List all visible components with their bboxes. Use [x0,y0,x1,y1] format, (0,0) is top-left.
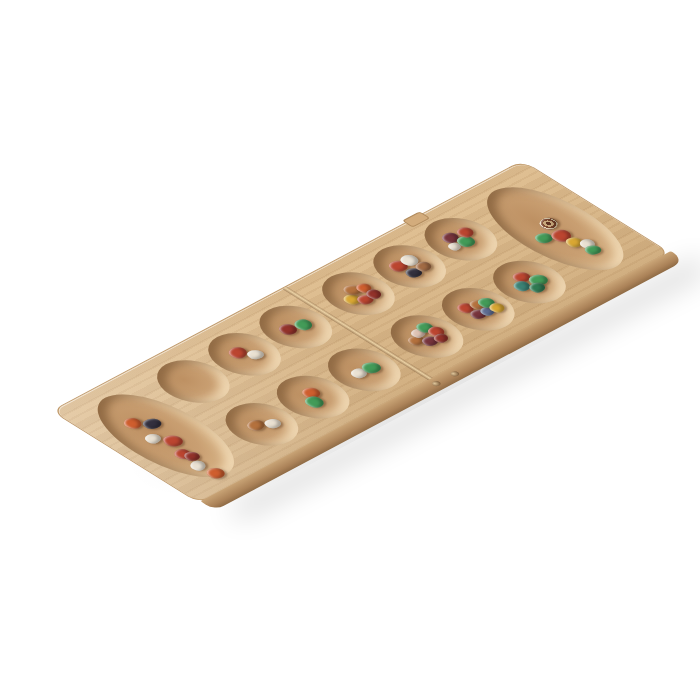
hinge-screw-icon [448,370,460,377]
stone-white [261,417,283,429]
hinge-screw-icon [430,380,442,387]
stone-orange [121,416,145,431]
stone-white [187,459,207,472]
stone-red [160,434,186,448]
stone-ring [536,215,560,231]
scene-background [0,0,700,700]
stone-black [139,417,164,431]
mancala-board [51,160,671,504]
stone-white [141,432,163,445]
stone-orange [203,466,228,480]
